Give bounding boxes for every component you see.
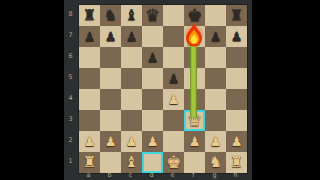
black-bishop-c8[interactable]: ♝ <box>121 5 142 26</box>
square-f6[interactable] <box>184 47 205 68</box>
white-pawn-h2[interactable]: ♟ <box>226 131 247 152</box>
square-e3[interactable] <box>163 110 184 131</box>
screenshot-stage: ♜♞♝♛♚♜♟♟♟♟♟♟♟♟♟♛♟♟♟♟♟♟♟♜♝♚♞♜ 87654321abc… <box>0 0 320 180</box>
square-b3[interactable] <box>100 110 121 131</box>
file-label-a: a <box>78 171 99 180</box>
rank-label-7: 7 <box>65 25 76 46</box>
black-rook-h8[interactable]: ♜ <box>226 5 247 26</box>
black-rook-a8[interactable]: ♜ <box>79 5 100 26</box>
square-c3[interactable] <box>121 110 142 131</box>
white-bishop-c1[interactable]: ♝ <box>121 152 142 173</box>
rank-label-2: 2 <box>65 130 76 151</box>
chess-board[interactable]: ♜♞♝♛♚♜♟♟♟♟♟♟♟♟♟♛♟♟♟♟♟♟♟♜♝♚♞♜ <box>78 4 248 174</box>
white-pawn-d2[interactable]: ♟ <box>142 131 163 152</box>
white-pawn-e4[interactable]: ♟ <box>163 89 184 110</box>
file-label-g: g <box>204 171 225 180</box>
white-pawn-a2[interactable]: ♟ <box>79 131 100 152</box>
file-label-h: h <box>225 171 246 180</box>
black-pawn-c7[interactable]: ♟ <box>121 26 142 47</box>
file-label-f: f <box>183 171 204 180</box>
last-move-highlight-d1 <box>142 152 163 173</box>
white-rook-h1[interactable]: ♜ <box>226 152 247 173</box>
square-b1[interactable] <box>100 152 121 173</box>
square-h5[interactable] <box>226 68 247 89</box>
square-h4[interactable] <box>226 89 247 110</box>
square-d3[interactable] <box>142 110 163 131</box>
file-label-e: e <box>162 171 183 180</box>
square-d7[interactable] <box>142 26 163 47</box>
black-pawn-h7[interactable]: ♟ <box>226 26 247 47</box>
square-c5[interactable] <box>121 68 142 89</box>
white-rook-a1[interactable]: ♜ <box>79 152 100 173</box>
rank-label-4: 4 <box>65 88 76 109</box>
black-knight-b8[interactable]: ♞ <box>100 5 121 26</box>
file-label-c: c <box>120 171 141 180</box>
rank-label-6: 6 <box>65 46 76 67</box>
square-b5[interactable] <box>100 68 121 89</box>
rank-label-3: 3 <box>65 109 76 130</box>
fire-glow <box>179 18 209 50</box>
square-c6[interactable] <box>121 47 142 68</box>
rank-label-5: 5 <box>65 67 76 88</box>
square-g6[interactable] <box>205 47 226 68</box>
square-g4[interactable] <box>205 89 226 110</box>
square-c4[interactable] <box>121 89 142 110</box>
white-queen-f3[interactable]: ♛ <box>184 110 205 131</box>
white-pawn-b2[interactable]: ♟ <box>100 131 121 152</box>
square-f5[interactable] <box>184 68 205 89</box>
white-pawn-c2[interactable]: ♟ <box>121 131 142 152</box>
black-pawn-d6[interactable]: ♟ <box>142 47 163 68</box>
square-a6[interactable] <box>79 47 100 68</box>
square-a3[interactable] <box>79 110 100 131</box>
square-e6[interactable] <box>163 47 184 68</box>
square-f4[interactable] <box>184 89 205 110</box>
square-a4[interactable] <box>79 89 100 110</box>
white-knight-g1[interactable]: ♞ <box>205 152 226 173</box>
square-g5[interactable] <box>205 68 226 89</box>
square-h6[interactable] <box>226 47 247 68</box>
white-pawn-g2[interactable]: ♟ <box>205 131 226 152</box>
file-label-b: b <box>99 171 120 180</box>
black-queen-d8[interactable]: ♛ <box>142 5 163 26</box>
square-b4[interactable] <box>100 89 121 110</box>
square-f1[interactable] <box>184 152 205 173</box>
square-h3[interactable] <box>226 110 247 131</box>
white-king-e1[interactable]: ♚ <box>163 152 184 173</box>
square-b6[interactable] <box>100 47 121 68</box>
square-d4[interactable] <box>142 89 163 110</box>
square-a5[interactable] <box>79 68 100 89</box>
square-e2[interactable] <box>163 131 184 152</box>
rank-label-1: 1 <box>65 151 76 172</box>
black-pawn-b7[interactable]: ♟ <box>100 26 121 47</box>
square-d5[interactable] <box>142 68 163 89</box>
black-pawn-e5[interactable]: ♟ <box>163 68 184 89</box>
square-g3[interactable] <box>205 110 226 131</box>
white-pawn-f2[interactable]: ♟ <box>184 131 205 152</box>
file-label-d: d <box>141 171 162 180</box>
rank-label-8: 8 <box>65 4 76 25</box>
black-pawn-a7[interactable]: ♟ <box>79 26 100 47</box>
